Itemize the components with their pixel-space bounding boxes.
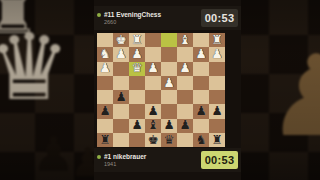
- black-knight-icon: ♞: [195, 133, 206, 146]
- square-d2[interactable]: [161, 47, 177, 61]
- square-h8[interactable]: ♜: [97, 133, 113, 147]
- white-pawn-icon: ♟: [211, 48, 222, 61]
- white-pawn-icon: ♟: [131, 48, 142, 61]
- bottom-player-name[interactable]: #1 nikebrauer: [104, 153, 146, 160]
- square-h4[interactable]: [97, 76, 113, 90]
- white-pawn-icon: ♟: [147, 62, 158, 75]
- square-b8[interactable]: ♞: [193, 133, 209, 147]
- square-c5[interactable]: [177, 90, 193, 104]
- bottom-player-bar: #1 nikebrauer 1941 00:53: [94, 148, 241, 172]
- white-rook-icon: ♜: [211, 33, 222, 46]
- online-status-dot: [97, 155, 101, 159]
- square-a8[interactable]: ♜: [209, 133, 225, 147]
- square-b6[interactable]: ♟: [193, 104, 209, 118]
- square-h3[interactable]: ♟: [97, 62, 113, 76]
- white-pawn-icon: ♟: [179, 62, 190, 75]
- top-player-name[interactable]: #11 EveningChess: [104, 11, 161, 18]
- square-d4[interactable]: ♟: [161, 76, 177, 90]
- square-e3[interactable]: ♟: [145, 62, 161, 76]
- black-king-icon: ♚: [147, 133, 158, 146]
- square-c8[interactable]: [177, 133, 193, 147]
- square-c1[interactable]: ♝: [177, 33, 193, 47]
- black-pawn-icon: ♟: [115, 90, 126, 103]
- square-c3[interactable]: ♟: [177, 62, 193, 76]
- video-frame: ♜ ♛ ♟ ♟ ♟ #11 EveningChess 2660 00:53 ♚♜…: [0, 0, 320, 180]
- square-b3[interactable]: [193, 62, 209, 76]
- square-b4[interactable]: [193, 76, 209, 90]
- black-rook-icon: ♜: [211, 133, 222, 146]
- square-a3[interactable]: [209, 62, 225, 76]
- square-e1[interactable]: [145, 33, 161, 47]
- bottom-player-rating: 1941: [104, 161, 146, 167]
- black-bishop-icon: ♝: [147, 119, 158, 132]
- square-h6[interactable]: ♟: [97, 104, 113, 118]
- square-f3[interactable]: ♛: [129, 62, 145, 76]
- square-b2[interactable]: ♟: [193, 47, 209, 61]
- square-d1[interactable]: [161, 33, 177, 47]
- square-a2[interactable]: ♟: [209, 47, 225, 61]
- white-pawn-icon: ♟: [195, 48, 206, 61]
- square-f7[interactable]: ♟: [129, 119, 145, 133]
- white-bishop-icon: ♝: [179, 33, 190, 46]
- white-pawn-icon: ♟: [115, 48, 126, 61]
- square-f8[interactable]: [129, 133, 145, 147]
- square-g7[interactable]: [113, 119, 129, 133]
- square-g5[interactable]: ♟: [113, 90, 129, 104]
- square-c7[interactable]: ♟: [177, 119, 193, 133]
- square-c4[interactable]: [177, 76, 193, 90]
- bottom-clock: 00:53: [201, 151, 238, 169]
- square-a6[interactable]: ♟: [209, 104, 225, 118]
- black-pawn-icon: ♟: [195, 105, 206, 118]
- white-queen-icon: ♛: [131, 62, 142, 75]
- black-queen-icon: ♛: [163, 133, 174, 146]
- black-pawn-icon: ♟: [211, 105, 222, 118]
- bottom-player-info: #1 nikebrauer 1941: [97, 153, 146, 167]
- black-pawn-icon: ♟: [147, 105, 158, 118]
- white-rook-icon: ♜: [131, 33, 142, 46]
- black-pawn-icon: ♟: [99, 105, 110, 118]
- square-e4[interactable]: [145, 76, 161, 90]
- top-player-info: #11 EveningChess 2660: [97, 11, 161, 25]
- square-f4[interactable]: [129, 76, 145, 90]
- top-clock: 00:53: [201, 9, 238, 27]
- square-g2[interactable]: ♟: [113, 47, 129, 61]
- white-knight-icon: ♞: [99, 48, 110, 61]
- square-g6[interactable]: [113, 104, 129, 118]
- top-player-bar: #11 EveningChess 2660 00:53: [94, 6, 241, 30]
- square-d5[interactable]: [161, 90, 177, 104]
- white-king-icon: ♚: [115, 33, 126, 46]
- square-a4[interactable]: [209, 76, 225, 90]
- square-g3[interactable]: [113, 62, 129, 76]
- white-pawn-icon: ♟: [163, 76, 174, 89]
- black-pawn-icon: ♟: [163, 119, 174, 132]
- square-f5[interactable]: [129, 90, 145, 104]
- black-pawn-icon: ♟: [179, 119, 190, 132]
- black-rook-icon: ♜: [99, 133, 110, 146]
- online-status-dot: [97, 13, 101, 17]
- square-d8[interactable]: ♛: [161, 133, 177, 147]
- chess-board: ♚♜♝♜♞♟♟♟♟♟♛♟♟♟♟♟♟♟♟♟♝♟♟♜♚♛♞♜: [97, 33, 225, 147]
- black-pawn-icon: ♟: [131, 119, 142, 132]
- square-g8[interactable]: [113, 133, 129, 147]
- square-e8[interactable]: ♚: [145, 133, 161, 147]
- top-player-rating: 2660: [104, 19, 161, 25]
- white-pawn-icon: ♟: [99, 62, 110, 75]
